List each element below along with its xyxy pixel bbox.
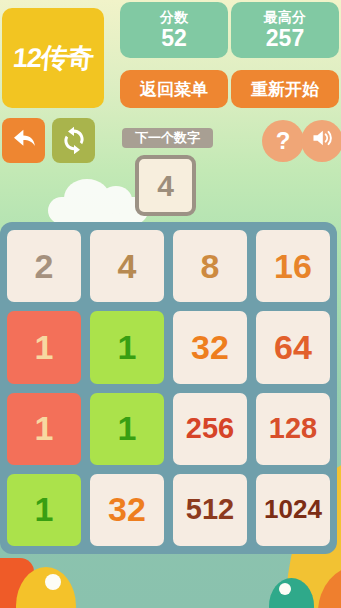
cloud-decoration bbox=[48, 197, 148, 224]
decor-dot-white bbox=[279, 583, 291, 595]
question-mark-icon: ? bbox=[276, 127, 291, 155]
tile-256: 256 bbox=[173, 393, 247, 465]
tile-512: 512 bbox=[173, 474, 247, 546]
restart-button[interactable]: 重新开始 bbox=[231, 70, 339, 108]
best-score-value: 257 bbox=[266, 25, 304, 51]
next-number-tile: 4 bbox=[135, 155, 196, 216]
undo-button[interactable] bbox=[2, 118, 45, 163]
tile-32: 32 bbox=[90, 474, 164, 546]
tile-1: 1 bbox=[7, 393, 81, 465]
best-score-label: 最高分 bbox=[264, 9, 306, 25]
refresh-button[interactable] bbox=[52, 118, 95, 163]
refresh-icon bbox=[59, 124, 89, 157]
tile-32: 32 bbox=[173, 311, 247, 383]
game-screen: 12传奇 分数 52 最高分 257 返回菜单 重新开始 下一个数字 4 ? bbox=[0, 0, 341, 608]
score-label: 分数 bbox=[160, 9, 188, 25]
tile-1: 1 bbox=[7, 311, 81, 383]
tile-1: 1 bbox=[7, 474, 81, 546]
tile-1: 1 bbox=[90, 393, 164, 465]
help-button[interactable]: ? bbox=[262, 120, 304, 162]
tile-4: 4 bbox=[90, 230, 164, 302]
score-value: 52 bbox=[161, 25, 187, 51]
return-menu-button[interactable]: 返回菜单 bbox=[120, 70, 228, 108]
tile-8: 8 bbox=[173, 230, 247, 302]
tile-2: 2 bbox=[7, 230, 81, 302]
decor-dot-white bbox=[45, 574, 61, 590]
tile-64: 64 bbox=[256, 311, 330, 383]
tile-1024: 1024 bbox=[256, 474, 330, 546]
game-title: 12传奇 bbox=[11, 40, 94, 76]
tile-128: 128 bbox=[256, 393, 330, 465]
score-box: 分数 52 bbox=[120, 2, 228, 58]
sound-button[interactable] bbox=[301, 120, 341, 162]
speaker-icon bbox=[309, 125, 335, 157]
tile-1: 1 bbox=[90, 311, 164, 383]
next-number-label: 下一个数字 bbox=[122, 128, 213, 148]
best-score-box: 最高分 257 bbox=[231, 2, 339, 58]
undo-arrow-icon bbox=[9, 124, 39, 157]
board[interactable]: 24816113264112561281325121024 bbox=[0, 222, 337, 554]
tile-16: 16 bbox=[256, 230, 330, 302]
game-title-box: 12传奇 bbox=[2, 8, 104, 108]
